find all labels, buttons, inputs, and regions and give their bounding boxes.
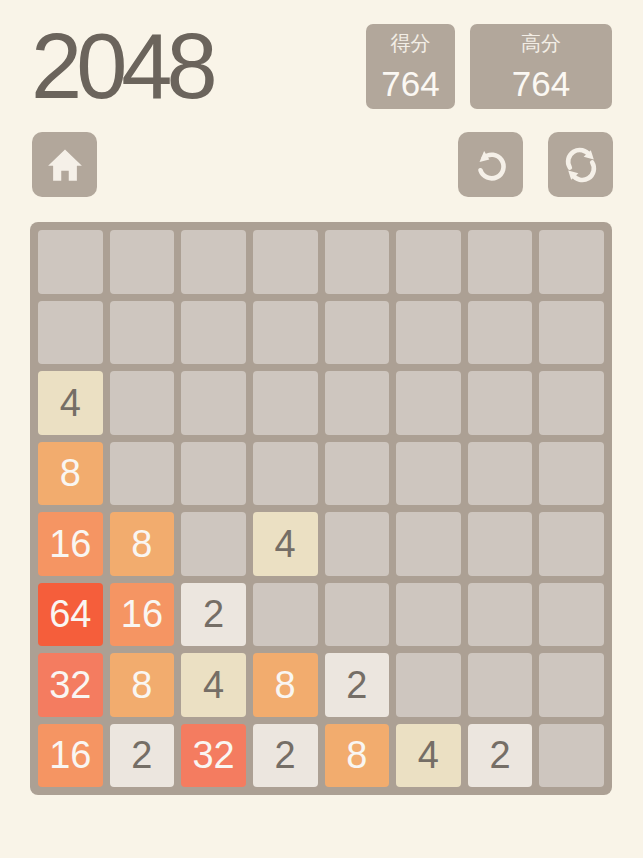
board-cell xyxy=(325,230,390,294)
board-cell xyxy=(468,371,533,435)
tile-2: 2 xyxy=(253,724,318,788)
board-cell xyxy=(396,230,461,294)
board-cell xyxy=(539,371,604,435)
best-score-value: 764 xyxy=(512,66,570,101)
board-cell xyxy=(181,230,246,294)
game-board[interactable]: 48168464162328482162322842 xyxy=(30,222,612,795)
board-cell xyxy=(396,583,461,647)
board-cell xyxy=(396,371,461,435)
board-cell xyxy=(396,653,461,717)
tile-16: 16 xyxy=(38,724,103,788)
tile-4: 4 xyxy=(253,512,318,576)
tile-2: 2 xyxy=(181,583,246,647)
board-cell xyxy=(539,583,604,647)
tile-8: 8 xyxy=(38,442,103,506)
tile-16: 16 xyxy=(38,512,103,576)
app: 2048 得分 764 高分 764 xyxy=(0,0,643,858)
board-cell xyxy=(38,230,103,294)
board-cell xyxy=(539,724,604,788)
tile-8: 8 xyxy=(110,653,175,717)
board-cell xyxy=(181,512,246,576)
best-score-label: 高分 xyxy=(521,33,561,53)
board-cell xyxy=(253,230,318,294)
home-button[interactable] xyxy=(32,132,97,197)
board-cell xyxy=(468,301,533,365)
board-cell xyxy=(539,301,604,365)
home-icon xyxy=(45,145,85,185)
board-cell xyxy=(325,512,390,576)
tile-8: 8 xyxy=(325,724,390,788)
tile-2: 2 xyxy=(325,653,390,717)
tile-2: 2 xyxy=(468,724,533,788)
board-cell xyxy=(181,301,246,365)
board-cell xyxy=(110,442,175,506)
restart-icon xyxy=(560,144,602,186)
board-cell xyxy=(38,301,103,365)
board-cell xyxy=(253,442,318,506)
board-cell xyxy=(396,512,461,576)
board-cell xyxy=(396,442,461,506)
board-cell xyxy=(468,230,533,294)
board-cell xyxy=(110,371,175,435)
board-cell xyxy=(539,442,604,506)
board-cell xyxy=(110,230,175,294)
board-cell xyxy=(539,653,604,717)
tile-4: 4 xyxy=(38,371,103,435)
score-box: 得分 764 xyxy=(366,24,455,109)
undo-button[interactable] xyxy=(458,132,523,197)
tile-32: 32 xyxy=(181,724,246,788)
board-cell xyxy=(468,653,533,717)
board-cell xyxy=(181,442,246,506)
restart-button[interactable] xyxy=(548,132,613,197)
board-cell xyxy=(325,301,390,365)
board-cell xyxy=(325,442,390,506)
board-cell xyxy=(253,371,318,435)
board-cell xyxy=(468,442,533,506)
board-cell xyxy=(110,301,175,365)
tile-8: 8 xyxy=(110,512,175,576)
best-score-box: 高分 764 xyxy=(470,24,612,109)
tile-16: 16 xyxy=(110,583,175,647)
tile-4: 4 xyxy=(396,724,461,788)
board-cell xyxy=(253,583,318,647)
score-value: 764 xyxy=(381,66,439,101)
board-cell xyxy=(253,301,318,365)
board-cell xyxy=(468,512,533,576)
game-title: 2048 xyxy=(31,20,212,112)
score-label: 得分 xyxy=(391,33,431,53)
tile-32: 32 xyxy=(38,653,103,717)
board-cell xyxy=(396,301,461,365)
board-cell xyxy=(539,230,604,294)
board-cell xyxy=(325,583,390,647)
board-cell xyxy=(181,371,246,435)
tile-4: 4 xyxy=(181,653,246,717)
tile-64: 64 xyxy=(38,583,103,647)
undo-icon xyxy=(470,144,512,186)
tile-2: 2 xyxy=(110,724,175,788)
board-cell xyxy=(325,371,390,435)
tile-8: 8 xyxy=(253,653,318,717)
board-cell xyxy=(539,512,604,576)
board-cell xyxy=(468,583,533,647)
